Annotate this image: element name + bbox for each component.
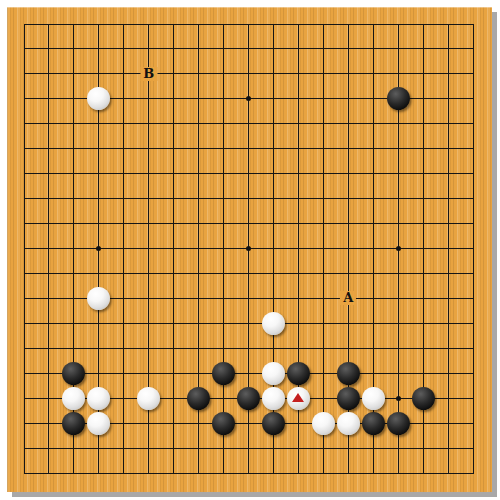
white-stone[interactable] <box>262 387 285 410</box>
grid-line-vertical <box>448 24 449 474</box>
black-stone[interactable] <box>337 362 360 385</box>
grid-line-horizontal <box>24 273 474 274</box>
white-stone[interactable] <box>312 412 335 435</box>
black-stone[interactable] <box>287 362 310 385</box>
star-point <box>396 396 401 401</box>
grid-line-horizontal <box>24 448 474 449</box>
white-stone[interactable] <box>87 387 110 410</box>
black-stone[interactable] <box>62 412 85 435</box>
black-stone[interactable] <box>212 362 235 385</box>
point-label: A <box>340 291 356 305</box>
white-stone[interactable] <box>62 387 85 410</box>
triangle-marker <box>292 393 304 402</box>
black-stone[interactable] <box>62 362 85 385</box>
black-stone[interactable] <box>387 412 410 435</box>
white-stone[interactable] <box>287 387 310 410</box>
star-point <box>396 246 401 251</box>
black-stone[interactable] <box>187 387 210 410</box>
star-point <box>246 246 251 251</box>
black-stone[interactable] <box>362 412 385 435</box>
point-label: B <box>140 67 157 81</box>
star-point <box>246 96 251 101</box>
go-board[interactable]: BA <box>7 7 492 492</box>
white-stone[interactable] <box>337 412 360 435</box>
grid-line-horizontal <box>24 323 474 324</box>
grid-line-horizontal <box>24 473 474 474</box>
grid-line-vertical <box>323 24 324 474</box>
grid-line-horizontal <box>24 348 474 349</box>
black-stone[interactable] <box>337 387 360 410</box>
black-stone[interactable] <box>262 412 285 435</box>
white-stone[interactable] <box>87 87 110 110</box>
white-stone[interactable] <box>87 412 110 435</box>
white-stone[interactable] <box>137 387 160 410</box>
grid-line-vertical <box>473 24 474 474</box>
page: BA <box>0 0 500 500</box>
grid-line-horizontal <box>24 373 474 374</box>
star-point <box>96 246 101 251</box>
white-stone[interactable] <box>262 312 285 335</box>
black-stone[interactable] <box>387 87 410 110</box>
white-stone[interactable] <box>262 362 285 385</box>
white-stone[interactable] <box>87 287 110 310</box>
black-stone[interactable] <box>412 387 435 410</box>
black-stone[interactable] <box>212 412 235 435</box>
black-stone[interactable] <box>237 387 260 410</box>
white-stone[interactable] <box>362 387 385 410</box>
